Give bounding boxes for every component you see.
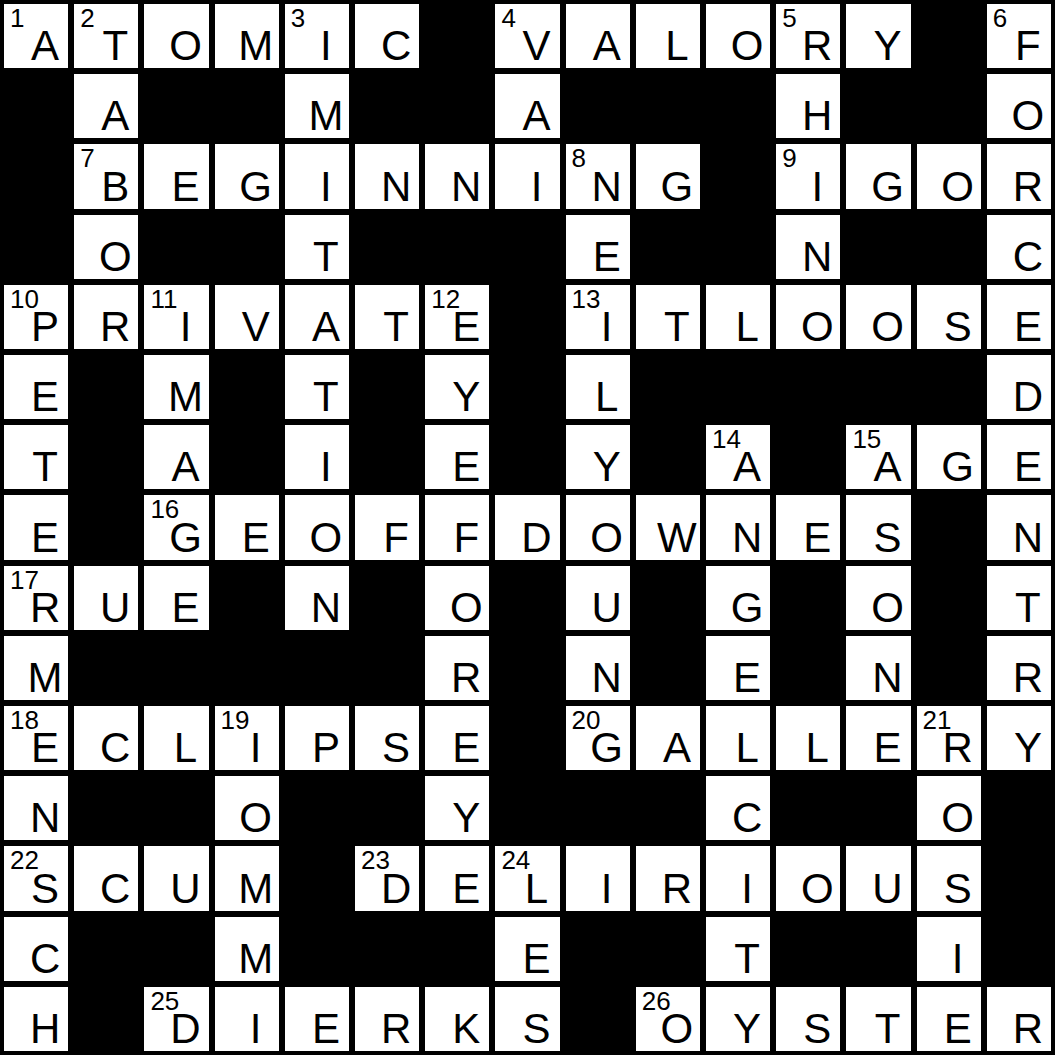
cell-letter: D — [153, 1008, 217, 1050]
letter-cell-r5c2[interactable]: R — [71, 282, 141, 352]
black-cell-r3c1 — [1, 141, 71, 211]
letter-cell-r13c10[interactable]: R — [633, 843, 703, 913]
letter-cell-r3c2[interactable]: 7B — [71, 141, 141, 211]
black-cell-r4c6 — [352, 212, 422, 282]
black-cell-r2c6 — [352, 71, 422, 141]
cell-letter: A — [855, 446, 919, 488]
letter-cell-r5c4[interactable]: V — [212, 282, 282, 352]
letter-cell-r3c9[interactable]: 8N — [563, 141, 633, 211]
cell-letter: L — [715, 306, 779, 348]
letter-cell-r7c7[interactable]: E — [422, 422, 492, 492]
cell-letter: E — [926, 1008, 990, 1050]
black-cell-r15c2 — [71, 984, 141, 1054]
cell-letter: Y — [575, 446, 639, 488]
cell-letter: C — [715, 797, 779, 839]
cell-letter: D — [504, 517, 568, 559]
cell-letter: I — [294, 166, 358, 208]
letter-cell-r9c15[interactable]: T — [984, 563, 1054, 633]
letter-cell-r15c11[interactable]: Y — [703, 984, 773, 1054]
cell-letter: I — [715, 868, 779, 910]
letter-cell-r5c1[interactable]: 10P — [1, 282, 71, 352]
cell-letter: E — [996, 446, 1055, 488]
letter-cell-r14c11[interactable]: T — [703, 914, 773, 984]
cell-letter: M — [224, 25, 288, 67]
letter-cell-r3c4[interactable]: G — [212, 141, 282, 211]
black-cell-r12c3 — [141, 773, 211, 843]
letter-cell-r12c4[interactable]: O — [212, 773, 282, 843]
letter-cell-r8c9[interactable]: O — [563, 492, 633, 562]
cell-letter: E — [785, 517, 849, 559]
letter-cell-r11c14[interactable]: 21R — [914, 703, 984, 773]
letter-cell-r7c14[interactable]: G — [914, 422, 984, 492]
cell-letter: U — [855, 868, 919, 910]
letter-cell-r15c13[interactable]: T — [843, 984, 913, 1054]
black-cell-r15c9 — [563, 984, 633, 1054]
black-cell-r14c13 — [843, 914, 913, 984]
cell-letter: E — [715, 657, 779, 699]
cell-letter: U — [575, 587, 639, 629]
cell-letter: I — [926, 938, 990, 980]
black-cell-r10c4 — [212, 633, 282, 703]
letter-cell-r7c3[interactable]: A — [141, 422, 211, 492]
letter-cell-r1c13[interactable]: Y — [843, 1, 913, 71]
cell-letter: O — [855, 306, 919, 348]
letter-cell-r1c1[interactable]: 1A — [1, 1, 71, 71]
black-cell-r12c15 — [984, 773, 1054, 843]
letter-cell-r11c2[interactable]: C — [71, 703, 141, 773]
letter-cell-r11c6[interactable]: S — [352, 703, 422, 773]
letter-cell-r6c5[interactable]: T — [282, 352, 352, 422]
letter-cell-r14c1[interactable]: C — [1, 914, 71, 984]
letter-cell-r4c12[interactable]: N — [773, 212, 843, 282]
black-cell-r6c11 — [703, 352, 773, 422]
letter-cell-r7c5[interactable]: I — [282, 422, 352, 492]
cell-letter: I — [294, 25, 358, 67]
letter-cell-r1c5[interactable]: 3I — [282, 1, 352, 71]
cell-letter: R — [996, 166, 1055, 208]
letter-cell-r1c12[interactable]: 5R — [773, 1, 843, 71]
black-cell-r11c8 — [492, 703, 562, 773]
cell-letter: N — [575, 657, 639, 699]
letter-cell-r7c13[interactable]: 15A — [843, 422, 913, 492]
black-cell-r12c2 — [71, 773, 141, 843]
cell-letter: G — [855, 166, 919, 208]
letter-cell-r8c13[interactable]: S — [843, 492, 913, 562]
letter-cell-r6c9[interactable]: L — [563, 352, 633, 422]
letter-cell-r2c8[interactable]: A — [492, 71, 562, 141]
black-cell-r4c14 — [914, 212, 984, 282]
cell-letter: E — [224, 517, 288, 559]
cell-letter: N — [855, 657, 919, 699]
letter-cell-r1c11[interactable]: O — [703, 1, 773, 71]
letter-cell-r15c5[interactable]: E — [282, 984, 352, 1054]
letter-cell-r1c2[interactable]: 2T — [71, 1, 141, 71]
cell-letter: A — [504, 95, 568, 137]
letter-cell-r15c14[interactable]: E — [914, 984, 984, 1054]
letter-cell-r11c1[interactable]: 18E — [1, 703, 71, 773]
cell-letter: O — [926, 166, 990, 208]
letter-cell-r4c2[interactable]: O — [71, 212, 141, 282]
cell-letter: T — [996, 587, 1055, 629]
cell-letter: E — [13, 727, 77, 769]
letter-cell-r1c4[interactable]: M — [212, 1, 282, 71]
cell-letter: G — [153, 517, 217, 559]
letter-cell-r8c11[interactable]: N — [703, 492, 773, 562]
black-cell-r14c6 — [352, 914, 422, 984]
letter-cell-r15c15[interactable]: R — [984, 984, 1054, 1054]
cell-letter: F — [996, 25, 1055, 67]
letter-cell-r7c15[interactable]: E — [984, 422, 1054, 492]
letter-cell-r14c14[interactable]: I — [914, 914, 984, 984]
letter-cell-r13c9[interactable]: I — [563, 843, 633, 913]
letter-cell-r9c1[interactable]: 17R — [1, 563, 71, 633]
letter-cell-r9c9[interactable]: U — [563, 563, 633, 633]
black-cell-r6c13 — [843, 352, 913, 422]
black-cell-r14c12 — [773, 914, 843, 984]
cell-letter: M — [294, 95, 358, 137]
letter-cell-r1c9[interactable]: A — [563, 1, 633, 71]
letter-cell-r13c1[interactable]: 22S — [1, 843, 71, 913]
crossword-board: 1A2TOM3IC4VALO5RY6FAMAHO7BEGINNI8NG9IGOR… — [0, 0, 1055, 1055]
letter-cell-r9c7[interactable]: O — [422, 563, 492, 633]
letter-cell-r12c14[interactable]: O — [914, 773, 984, 843]
cell-letter: G — [224, 166, 288, 208]
letter-cell-r3c7[interactable]: N — [422, 141, 492, 211]
black-cell-r7c8 — [492, 422, 562, 492]
cell-letter: E — [575, 236, 639, 278]
black-cell-r2c11 — [703, 71, 773, 141]
letter-cell-r5c14[interactable]: S — [914, 282, 984, 352]
black-cell-r13c5 — [282, 843, 352, 913]
letter-cell-r5c6[interactable]: T — [352, 282, 422, 352]
letter-cell-r2c2[interactable]: A — [71, 71, 141, 141]
letter-cell-r2c15[interactable]: O — [984, 71, 1054, 141]
cell-letter: C — [13, 938, 77, 980]
letter-cell-r2c12[interactable]: H — [773, 71, 843, 141]
letter-cell-r11c11[interactable]: L — [703, 703, 773, 773]
cell-letter: N — [13, 797, 77, 839]
letter-cell-r10c1[interactable]: M — [1, 633, 71, 703]
letter-cell-r5c11[interactable]: L — [703, 282, 773, 352]
cell-letter: A — [294, 306, 358, 348]
letter-cell-r1c6[interactable]: C — [352, 1, 422, 71]
letter-cell-r11c7[interactable]: E — [422, 703, 492, 773]
black-cell-r1c14 — [914, 1, 984, 71]
cell-letter: E — [13, 517, 77, 559]
black-cell-r14c3 — [141, 914, 211, 984]
cell-letter: H — [785, 95, 849, 137]
letter-cell-r12c11[interactable]: C — [703, 773, 773, 843]
letter-cell-r6c3[interactable]: M — [141, 352, 211, 422]
cell-letter: P — [13, 306, 77, 348]
cell-letter: I — [294, 446, 358, 488]
cell-letter: Y — [434, 797, 498, 839]
cell-letter: I — [575, 868, 639, 910]
letter-cell-r8c15[interactable]: N — [984, 492, 1054, 562]
letter-cell-r7c11[interactable]: 14A — [703, 422, 773, 492]
letter-cell-r13c7[interactable]: E — [422, 843, 492, 913]
cell-letter: M — [13, 657, 77, 699]
cell-letter: B — [83, 166, 147, 208]
cell-letter: R — [434, 657, 498, 699]
cell-letter: C — [83, 727, 147, 769]
letter-cell-r5c9[interactable]: 13I — [563, 282, 633, 352]
cell-letter: M — [153, 376, 217, 418]
letter-cell-r4c15[interactable]: C — [984, 212, 1054, 282]
cell-letter: L — [785, 727, 849, 769]
cell-letter: Y — [434, 376, 498, 418]
letter-cell-r15c10[interactable]: 26O — [633, 984, 703, 1054]
black-cell-r9c6 — [352, 563, 422, 633]
cell-letter: E — [434, 727, 498, 769]
cell-letter: R — [926, 727, 990, 769]
cell-letter: C — [996, 236, 1055, 278]
cell-letter: T — [715, 938, 779, 980]
letter-cell-r11c10[interactable]: A — [633, 703, 703, 773]
letter-cell-r13c13[interactable]: U — [843, 843, 913, 913]
letter-cell-r13c2[interactable]: C — [71, 843, 141, 913]
black-cell-r10c14 — [914, 633, 984, 703]
cell-letter: O — [153, 25, 217, 67]
letter-cell-r9c13[interactable]: O — [843, 563, 913, 633]
letter-cell-r8c6[interactable]: F — [352, 492, 422, 562]
black-cell-r3c11 — [703, 141, 773, 211]
cell-letter: M — [224, 868, 288, 910]
cell-letter: E — [434, 306, 498, 348]
black-cell-r6c2 — [71, 352, 141, 422]
cell-letter: N — [785, 236, 849, 278]
cell-letter: C — [83, 868, 147, 910]
letter-cell-r11c9[interactable]: 20G — [563, 703, 633, 773]
letter-cell-r10c11[interactable]: E — [703, 633, 773, 703]
letter-cell-r13c6[interactable]: 23D — [352, 843, 422, 913]
cell-letter: R — [83, 306, 147, 348]
cell-letter: L — [645, 25, 709, 67]
letter-cell-r12c7[interactable]: Y — [422, 773, 492, 843]
letter-cell-r8c7[interactable]: F — [422, 492, 492, 562]
black-cell-r12c12 — [773, 773, 843, 843]
black-cell-r10c10 — [633, 633, 703, 703]
cell-letter: R — [996, 657, 1055, 699]
black-cell-r4c4 — [212, 212, 282, 282]
letter-cell-r3c5[interactable]: I — [282, 141, 352, 211]
letter-cell-r9c11[interactable]: G — [703, 563, 773, 633]
letter-cell-r5c15[interactable]: E — [984, 282, 1054, 352]
letter-cell-r5c10[interactable]: T — [633, 282, 703, 352]
cell-letter: A — [645, 727, 709, 769]
black-cell-r9c14 — [914, 563, 984, 633]
cell-letter: G — [715, 587, 779, 629]
letter-cell-r7c1[interactable]: T — [1, 422, 71, 492]
letter-cell-r10c15[interactable]: R — [984, 633, 1054, 703]
black-cell-r6c14 — [914, 352, 984, 422]
cell-letter: N — [364, 166, 428, 208]
letter-cell-r3c14[interactable]: O — [914, 141, 984, 211]
letter-cell-r15c1[interactable]: H — [1, 984, 71, 1054]
letter-cell-r11c5[interactable]: P — [282, 703, 352, 773]
cell-letter: E — [434, 868, 498, 910]
letter-cell-r13c14[interactable]: S — [914, 843, 984, 913]
letter-cell-r12c1[interactable]: N — [1, 773, 71, 843]
letter-cell-r4c9[interactable]: E — [563, 212, 633, 282]
letter-cell-r8c12[interactable]: E — [773, 492, 843, 562]
letter-cell-r10c7[interactable]: R — [422, 633, 492, 703]
letter-cell-r8c10[interactable]: W — [633, 492, 703, 562]
cell-letter: G — [926, 446, 990, 488]
letter-cell-r3c3[interactable]: E — [141, 141, 211, 211]
letter-cell-r8c3[interactable]: 16G — [141, 492, 211, 562]
letter-cell-r13c8[interactable]: 24L — [492, 843, 562, 913]
black-cell-r10c2 — [71, 633, 141, 703]
letter-cell-r3c10[interactable]: G — [633, 141, 703, 211]
black-cell-r6c10 — [633, 352, 703, 422]
letter-cell-r13c3[interactable]: U — [141, 843, 211, 913]
black-cell-r6c4 — [212, 352, 282, 422]
letter-cell-r8c5[interactable]: O — [282, 492, 352, 562]
black-cell-r10c8 — [492, 633, 562, 703]
letter-cell-r5c13[interactable]: O — [843, 282, 913, 352]
black-cell-r2c4 — [212, 71, 282, 141]
black-cell-r2c13 — [843, 71, 913, 141]
black-cell-r12c9 — [563, 773, 633, 843]
letter-cell-r3c15[interactable]: R — [984, 141, 1054, 211]
letter-cell-r11c4[interactable]: 19I — [212, 703, 282, 773]
letter-cell-r5c3[interactable]: 11I — [141, 282, 211, 352]
black-cell-r12c13 — [843, 773, 913, 843]
cell-letter: S — [926, 868, 990, 910]
cell-letter: U — [83, 587, 147, 629]
letter-cell-r8c1[interactable]: E — [1, 492, 71, 562]
cell-letter: V — [224, 306, 288, 348]
black-cell-r12c8 — [492, 773, 562, 843]
cell-letter: S — [13, 868, 77, 910]
cell-letter: F — [434, 517, 498, 559]
letter-cell-r13c11[interactable]: I — [703, 843, 773, 913]
letter-cell-r11c15[interactable]: Y — [984, 703, 1054, 773]
letter-cell-r13c4[interactable]: M — [212, 843, 282, 913]
black-cell-r9c12 — [773, 563, 843, 633]
letter-cell-r11c13[interactable]: E — [843, 703, 913, 773]
cell-letter: R — [785, 25, 849, 67]
black-cell-r14c7 — [422, 914, 492, 984]
cell-letter: G — [575, 727, 639, 769]
cell-letter: O — [434, 587, 498, 629]
black-cell-r2c14 — [914, 71, 984, 141]
black-cell-r4c1 — [1, 212, 71, 282]
letter-cell-r15c3[interactable]: 25D — [141, 984, 211, 1054]
letter-cell-r5c12[interactable]: O — [773, 282, 843, 352]
black-cell-r12c5 — [282, 773, 352, 843]
letter-cell-r11c12[interactable]: L — [773, 703, 843, 773]
cell-letter: I — [504, 166, 568, 208]
letter-cell-r8c8[interactable]: D — [492, 492, 562, 562]
letter-cell-r2c5[interactable]: M — [282, 71, 352, 141]
cell-letter: S — [785, 1008, 849, 1050]
letter-cell-r14c8[interactable]: E — [492, 914, 562, 984]
cell-letter: K — [434, 1008, 498, 1050]
black-cell-r7c6 — [352, 422, 422, 492]
black-cell-r2c3 — [141, 71, 211, 141]
black-cell-r7c10 — [633, 422, 703, 492]
letter-cell-r3c13[interactable]: G — [843, 141, 913, 211]
letter-cell-r9c5[interactable]: N — [282, 563, 352, 633]
letter-cell-r6c7[interactable]: Y — [422, 352, 492, 422]
black-cell-r14c2 — [71, 914, 141, 984]
letter-cell-r3c6[interactable]: N — [352, 141, 422, 211]
letter-cell-r8c4[interactable]: E — [212, 492, 282, 562]
letter-cell-r5c5[interactable]: A — [282, 282, 352, 352]
letter-cell-r1c3[interactable]: O — [141, 1, 211, 71]
cell-letter: C — [364, 25, 428, 67]
letter-cell-r10c13[interactable]: N — [843, 633, 913, 703]
letter-cell-r9c3[interactable]: E — [141, 563, 211, 633]
letter-cell-r15c12[interactable]: S — [773, 984, 843, 1054]
cell-letter: S — [926, 306, 990, 348]
letter-cell-r15c8[interactable]: S — [492, 984, 562, 1054]
cell-letter: L — [575, 376, 639, 418]
letter-cell-r9c2[interactable]: U — [71, 563, 141, 633]
cell-letter: D — [364, 868, 428, 910]
cell-letter: R — [645, 868, 709, 910]
letter-cell-r15c4[interactable]: I — [212, 984, 282, 1054]
cell-letter: A — [83, 95, 147, 137]
letter-cell-r1c15[interactable]: 6F — [984, 1, 1054, 71]
black-cell-r13c15 — [984, 843, 1054, 913]
letter-cell-r15c7[interactable]: K — [422, 984, 492, 1054]
cell-letter: A — [153, 446, 217, 488]
letter-cell-r7c9[interactable]: Y — [563, 422, 633, 492]
cell-letter: N — [996, 517, 1055, 559]
cell-letter: P — [294, 727, 358, 769]
cell-letter: I — [224, 1008, 288, 1050]
letter-cell-r11c3[interactable]: L — [141, 703, 211, 773]
letter-cell-r15c6[interactable]: R — [352, 984, 422, 1054]
black-cell-r2c10 — [633, 71, 703, 141]
cell-letter: Y — [996, 727, 1055, 769]
cell-letter: E — [13, 376, 77, 418]
letter-cell-r1c8[interactable]: 4V — [492, 1, 562, 71]
letter-cell-r13c12[interactable]: O — [773, 843, 843, 913]
black-cell-r8c14 — [914, 492, 984, 562]
black-cell-r2c9 — [563, 71, 633, 141]
letter-cell-r14c4[interactable]: M — [212, 914, 282, 984]
cell-letter: O — [83, 236, 147, 278]
letter-cell-r5c7[interactable]: 12E — [422, 282, 492, 352]
letter-cell-r10c9[interactable]: N — [563, 633, 633, 703]
cell-letter: N — [575, 166, 639, 208]
cell-letter: D — [996, 376, 1055, 418]
letter-cell-r4c5[interactable]: T — [282, 212, 352, 282]
black-cell-r4c3 — [141, 212, 211, 282]
cell-letter: Y — [855, 25, 919, 67]
cell-letter: R — [364, 1008, 428, 1050]
letter-cell-r1c10[interactable]: L — [633, 1, 703, 71]
black-cell-r10c6 — [352, 633, 422, 703]
cell-letter: O — [294, 517, 358, 559]
cell-letter: W — [645, 517, 709, 559]
black-cell-r14c10 — [633, 914, 703, 984]
letter-cell-r3c12[interactable]: 9I — [773, 141, 843, 211]
cell-letter: I — [224, 727, 288, 769]
cell-letter: A — [13, 25, 77, 67]
letter-cell-r6c1[interactable]: E — [1, 352, 71, 422]
letter-cell-r6c15[interactable]: D — [984, 352, 1054, 422]
cell-letter: R — [13, 587, 77, 629]
cell-letter: Y — [715, 1008, 779, 1050]
letter-cell-r3c8[interactable]: I — [492, 141, 562, 211]
cell-letter: E — [434, 446, 498, 488]
cell-letter: S — [364, 727, 428, 769]
